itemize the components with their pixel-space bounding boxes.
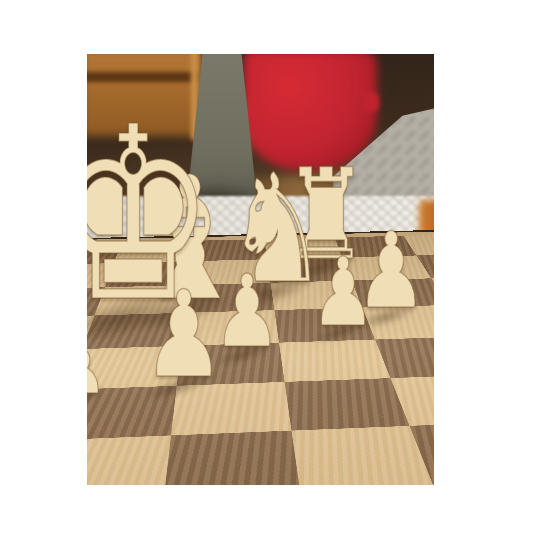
white-pawn-c5: ♟ [143, 276, 225, 396]
photo-canvas: ♜♞♝♟♚♟♟♟♟ [0, 0, 540, 540]
white-pawn-a5: ♟ [87, 330, 107, 405]
chess-photo: ♜♞♝♟♚♟♟♟♟ [87, 54, 434, 485]
white-pawn-e5: ♟ [311, 244, 376, 339]
pieces-layer: ♜♞♝♟♚♟♟♟♟ [87, 54, 434, 485]
